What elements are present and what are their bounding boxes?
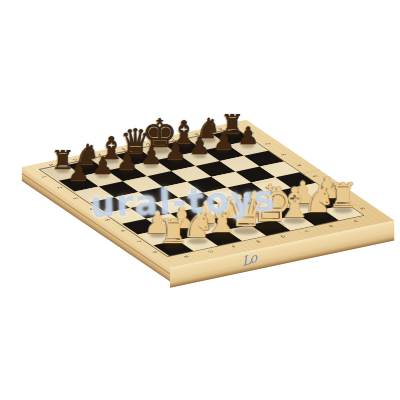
dark-pawn[interactable]: ♟ <box>68 158 90 186</box>
rank-label-left-1: 1 <box>40 176 47 179</box>
file-label-near-d: D <box>280 235 287 238</box>
file-label-near-a: A <box>352 220 359 223</box>
light-rook[interactable]: ♜ <box>158 211 188 251</box>
rank-label-left-2: 2 <box>56 186 63 189</box>
rank-label-left-7: 7 <box>135 240 142 243</box>
rank-label-right-2: 2 <box>265 142 272 145</box>
file-label-near-b: B <box>328 225 335 228</box>
dark-pawn[interactable]: ♟ <box>213 127 235 155</box>
dark-pawn[interactable]: ♟ <box>165 137 187 165</box>
file-label-near-h: H <box>183 255 190 258</box>
rank-label-left-3: 3 <box>72 197 79 200</box>
file-label-near-e: E <box>256 240 263 243</box>
rank-label-right-4: 4 <box>296 164 303 167</box>
handwritten-ink-mark: Lo <box>241 250 257 269</box>
rank-label-left-6: 6 <box>119 229 126 232</box>
dark-pawn[interactable]: ♟ <box>237 122 259 150</box>
file-label-near-g: G <box>207 250 214 253</box>
rank-label-left-5: 5 <box>103 219 110 222</box>
rank-label-right-8: 8 <box>360 207 367 210</box>
dark-pawn[interactable]: ♟ <box>92 153 114 181</box>
dark-pawn[interactable]: ♟ <box>189 132 211 160</box>
file-label-near-f: F <box>231 245 237 248</box>
rank-label-right-3: 3 <box>281 153 288 156</box>
dark-pawn[interactable]: ♟ <box>116 148 138 176</box>
rank-label-left-4: 4 <box>87 208 94 211</box>
file-label-near-c: C <box>304 230 311 233</box>
dark-pawn[interactable]: ♟ <box>141 143 163 171</box>
chess-set-photo: Lo HGFEDCBAHGFEDCBA1234567812345678 ♜♞♝♛… <box>0 0 400 400</box>
rank-label-left-8: 8 <box>151 251 158 254</box>
